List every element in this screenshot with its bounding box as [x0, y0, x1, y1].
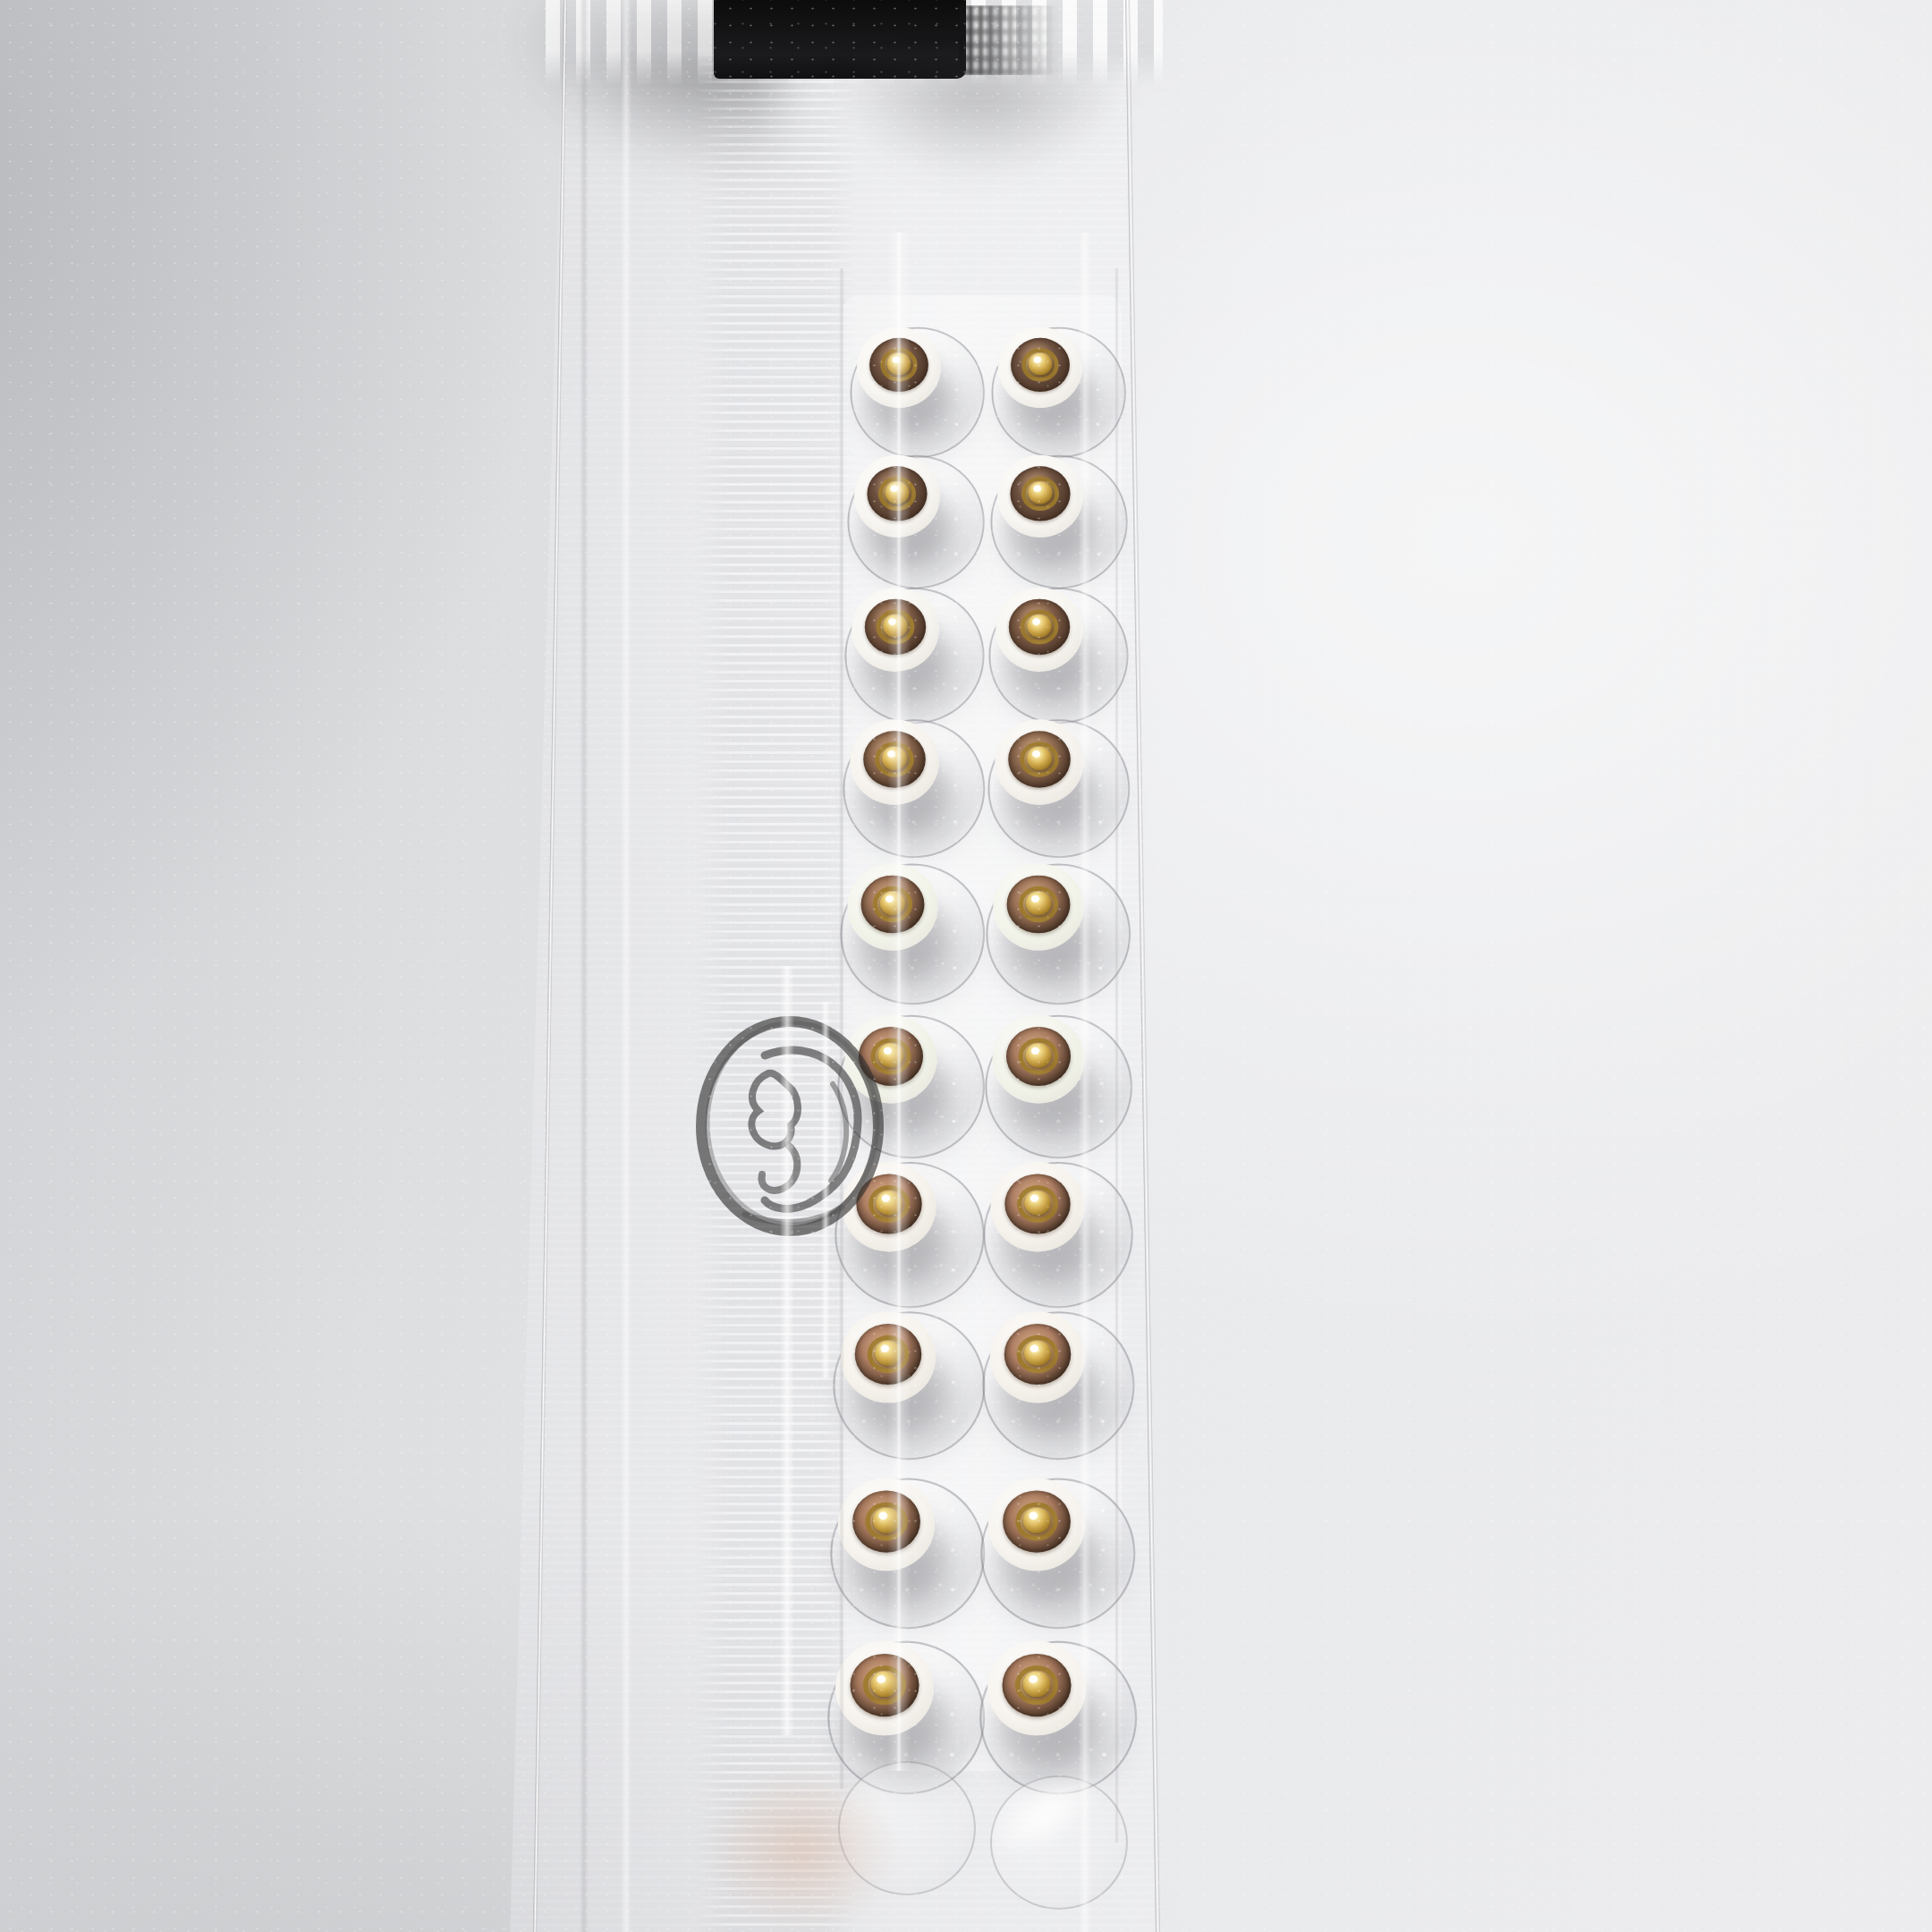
- fold-glare-core: [896, 233, 902, 1771]
- clip-under-shadow: [832, 72, 1127, 179]
- fold-glare-line: [821, 1002, 830, 1377]
- fold-glare-line: [1079, 233, 1091, 1932]
- stud-highlight: [1031, 1047, 1039, 1055]
- gold-stud-ball: [1026, 892, 1051, 915]
- card-edge-line: [1114, 268, 1119, 1843]
- gold-stud-ball: [1028, 482, 1052, 504]
- bottom-warm-tint: [707, 1767, 894, 1932]
- stud-highlight: [1029, 1675, 1038, 1683]
- fold-shadow-line: [580, 0, 589, 1932]
- stud-highlight: [1033, 357, 1040, 364]
- gold-stud-ball: [1024, 1341, 1051, 1366]
- black-clip: [714, 0, 966, 79]
- black-clip-frayed-end: [959, 5, 1064, 75]
- stud-highlight: [877, 1675, 885, 1683]
- gold-stud-ball: [1025, 1044, 1051, 1068]
- gold-stud-ball: [1027, 614, 1051, 637]
- stud-highlight: [1032, 750, 1040, 758]
- stud-grid: [0, 0, 1932, 1932]
- fold-glare-line: [621, 0, 631, 1932]
- gold-stud-ball: [1029, 353, 1052, 375]
- card-edge-line: [839, 268, 844, 1789]
- stud-highlight: [878, 1512, 887, 1520]
- stud-highlight: [1030, 1344, 1038, 1352]
- product-photo: [0, 0, 1932, 1932]
- gold-stud-ball: [1023, 1672, 1051, 1698]
- gold-stud-ball: [1027, 747, 1052, 770]
- stud-highlight: [1033, 485, 1041, 492]
- fold-glare-line: [780, 966, 794, 1735]
